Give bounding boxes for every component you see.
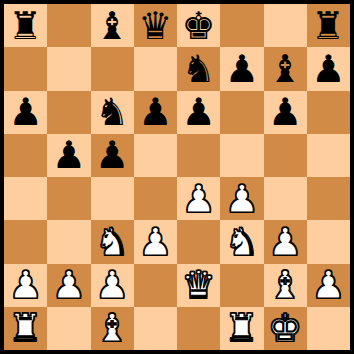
piece-white-bishop[interactable]: ♝ — [268, 266, 302, 304]
square-e6[interactable]: ♟ — [177, 91, 220, 134]
square-g5[interactable] — [264, 134, 307, 177]
piece-white-pawn[interactable]: ♟ — [52, 266, 86, 304]
square-f3[interactable]: ♞ — [220, 220, 263, 263]
piece-white-knight[interactable]: ♞ — [95, 223, 129, 261]
piece-black-pawn[interactable]: ♟ — [138, 93, 172, 131]
square-b4[interactable] — [47, 177, 90, 220]
square-f5[interactable] — [220, 134, 263, 177]
square-a2[interactable]: ♟ — [4, 264, 47, 307]
square-b7[interactable] — [47, 47, 90, 90]
square-g3[interactable]: ♟ — [264, 220, 307, 263]
square-g2[interactable]: ♝ — [264, 264, 307, 307]
square-a7[interactable] — [4, 47, 47, 90]
square-c3[interactable]: ♞ — [91, 220, 134, 263]
square-h3[interactable] — [307, 220, 350, 263]
square-g4[interactable] — [264, 177, 307, 220]
square-b5[interactable]: ♟ — [47, 134, 90, 177]
square-h8[interactable]: ♜ — [307, 4, 350, 47]
square-c1[interactable]: ♝ — [91, 307, 134, 350]
square-b3[interactable] — [47, 220, 90, 263]
piece-white-knight[interactable]: ♞ — [225, 223, 259, 261]
square-h7[interactable]: ♟ — [307, 47, 350, 90]
square-a3[interactable] — [4, 220, 47, 263]
piece-black-pawn[interactable]: ♟ — [311, 50, 345, 88]
piece-white-rook[interactable]: ♜ — [9, 309, 43, 347]
piece-black-queen[interactable]: ♛ — [138, 7, 172, 45]
square-f6[interactable] — [220, 91, 263, 134]
piece-black-knight[interactable]: ♞ — [182, 50, 216, 88]
piece-white-rook[interactable]: ♜ — [225, 309, 259, 347]
square-h6[interactable] — [307, 91, 350, 134]
piece-black-pawn[interactable]: ♟ — [9, 93, 43, 131]
piece-white-bishop[interactable]: ♝ — [95, 309, 129, 347]
piece-white-pawn[interactable]: ♟ — [95, 266, 129, 304]
square-e3[interactable] — [177, 220, 220, 263]
piece-white-pawn[interactable]: ♟ — [268, 223, 302, 261]
square-b1[interactable] — [47, 307, 90, 350]
square-a5[interactable] — [4, 134, 47, 177]
square-g8[interactable] — [264, 4, 307, 47]
piece-white-pawn[interactable]: ♟ — [182, 180, 216, 218]
square-h1[interactable] — [307, 307, 350, 350]
piece-white-queen[interactable]: ♛ — [182, 266, 216, 304]
piece-black-bishop[interactable]: ♝ — [268, 50, 302, 88]
piece-black-bishop[interactable]: ♝ — [95, 7, 129, 45]
square-e1[interactable] — [177, 307, 220, 350]
piece-black-pawn[interactable]: ♟ — [52, 136, 86, 174]
square-d7[interactable] — [134, 47, 177, 90]
square-c8[interactable]: ♝ — [91, 4, 134, 47]
square-d2[interactable] — [134, 264, 177, 307]
square-d4[interactable] — [134, 177, 177, 220]
piece-black-king[interactable]: ♚ — [182, 7, 216, 45]
piece-black-knight[interactable]: ♞ — [95, 93, 129, 131]
square-a6[interactable]: ♟ — [4, 91, 47, 134]
square-d6[interactable]: ♟ — [134, 91, 177, 134]
piece-white-pawn[interactable]: ♟ — [311, 266, 345, 304]
square-f8[interactable] — [220, 4, 263, 47]
square-c6[interactable]: ♞ — [91, 91, 134, 134]
square-c2[interactable]: ♟ — [91, 264, 134, 307]
square-f2[interactable] — [220, 264, 263, 307]
square-f4[interactable]: ♟ — [220, 177, 263, 220]
square-d1[interactable] — [134, 307, 177, 350]
square-b6[interactable] — [47, 91, 90, 134]
square-h2[interactable]: ♟ — [307, 264, 350, 307]
square-b8[interactable] — [47, 4, 90, 47]
square-h4[interactable] — [307, 177, 350, 220]
square-f1[interactable]: ♜ — [220, 307, 263, 350]
square-d5[interactable] — [134, 134, 177, 177]
square-e7[interactable]: ♞ — [177, 47, 220, 90]
chess-board: ♜♝♛♚♜♞♟♝♟♟♞♟♟♟♟♟♟♟♞♟♞♟♟♟♟♛♝♟♜♝♜♚ — [0, 0, 354, 354]
square-e2[interactable]: ♛ — [177, 264, 220, 307]
square-g1[interactable]: ♚ — [264, 307, 307, 350]
square-e5[interactable] — [177, 134, 220, 177]
square-a4[interactable] — [4, 177, 47, 220]
square-g6[interactable]: ♟ — [264, 91, 307, 134]
piece-black-pawn[interactable]: ♟ — [182, 93, 216, 131]
square-g7[interactable]: ♝ — [264, 47, 307, 90]
piece-black-rook[interactable]: ♜ — [9, 7, 43, 45]
square-e4[interactable]: ♟ — [177, 177, 220, 220]
piece-black-pawn[interactable]: ♟ — [225, 50, 259, 88]
square-f7[interactable]: ♟ — [220, 47, 263, 90]
piece-black-rook[interactable]: ♜ — [311, 7, 345, 45]
square-d3[interactable]: ♟ — [134, 220, 177, 263]
square-e8[interactable]: ♚ — [177, 4, 220, 47]
piece-black-pawn[interactable]: ♟ — [268, 93, 302, 131]
piece-white-pawn[interactable]: ♟ — [225, 180, 259, 218]
square-c5[interactable]: ♟ — [91, 134, 134, 177]
square-h5[interactable] — [307, 134, 350, 177]
piece-black-pawn[interactable]: ♟ — [95, 136, 129, 174]
piece-white-king[interactable]: ♚ — [268, 309, 302, 347]
square-a8[interactable]: ♜ — [4, 4, 47, 47]
square-c7[interactable] — [91, 47, 134, 90]
square-a1[interactable]: ♜ — [4, 307, 47, 350]
square-d8[interactable]: ♛ — [134, 4, 177, 47]
piece-white-pawn[interactable]: ♟ — [9, 266, 43, 304]
piece-white-pawn[interactable]: ♟ — [138, 223, 172, 261]
square-b2[interactable]: ♟ — [47, 264, 90, 307]
square-c4[interactable] — [91, 177, 134, 220]
